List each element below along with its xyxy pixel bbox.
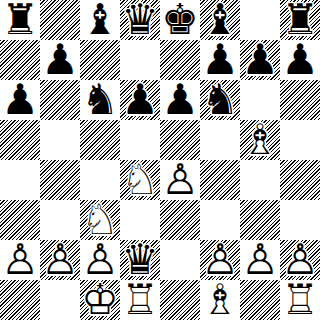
piece-black-pawn: ♟♟	[200, 40, 240, 80]
piece-black-bishop: ♝♝	[200, 0, 240, 40]
square-b4[interactable]	[40, 160, 80, 200]
white-bishop-icon: ♗	[200, 280, 240, 320]
white-pawn-icon: ♙	[80, 240, 120, 280]
square-a4[interactable]	[0, 160, 40, 200]
square-b3[interactable]	[40, 200, 80, 240]
black-knight-icon: ♞	[80, 80, 120, 120]
square-a6[interactable]: ♟♟	[0, 80, 40, 120]
square-d6[interactable]: ♟♟	[120, 80, 160, 120]
black-queen-icon: ♛	[120, 240, 160, 280]
square-e8[interactable]: ♚♚	[160, 0, 200, 40]
piece-white-rook: ♜♖	[280, 280, 320, 320]
square-g5[interactable]: ♝♗	[240, 120, 280, 160]
square-f5[interactable]	[200, 120, 240, 160]
piece-black-pawn: ♟♟	[240, 40, 280, 80]
square-g6[interactable]	[240, 80, 280, 120]
square-d7[interactable]	[120, 40, 160, 80]
piece-white-knight: ♞♘	[120, 160, 160, 200]
chess-board: ♜♜♝♝♛♛♚♚♝♝♜♜♟♟♟♟♟♟♟♟♟♟♞♞♟♟♟♟♞♞♝♗♞♘♟♙♞♘♟♙…	[0, 0, 320, 320]
square-b2[interactable]: ♟♙	[40, 240, 80, 280]
square-h2[interactable]: ♟♙	[280, 240, 320, 280]
piece-black-king: ♚♚	[160, 0, 200, 40]
piece-black-knight: ♞♞	[200, 80, 240, 120]
square-d5[interactable]	[120, 120, 160, 160]
square-a8[interactable]: ♜♜	[0, 0, 40, 40]
square-a5[interactable]	[0, 120, 40, 160]
piece-black-queen: ♛♛	[120, 240, 160, 280]
piece-white-rook: ♜♖	[120, 280, 160, 320]
black-rook-icon: ♜	[280, 0, 320, 40]
black-king-icon: ♚	[160, 0, 200, 40]
piece-black-pawn: ♟♟	[0, 80, 40, 120]
square-c3[interactable]: ♞♘	[80, 200, 120, 240]
square-h8[interactable]: ♜♜	[280, 0, 320, 40]
square-d4[interactable]: ♞♘	[120, 160, 160, 200]
piece-black-pawn: ♟♟	[40, 40, 80, 80]
square-f1[interactable]: ♝♗	[200, 280, 240, 320]
square-d3[interactable]	[120, 200, 160, 240]
square-b1[interactable]	[40, 280, 80, 320]
piece-white-pawn: ♟♙	[160, 160, 200, 200]
square-b8[interactable]	[40, 0, 80, 40]
square-h1[interactable]: ♜♖	[280, 280, 320, 320]
square-g2[interactable]: ♟♙	[240, 240, 280, 280]
piece-white-pawn: ♟♙	[0, 240, 40, 280]
black-bishop-icon: ♝	[200, 0, 240, 40]
piece-black-pawn: ♟♟	[280, 40, 320, 80]
piece-white-knight: ♞♘	[80, 200, 120, 240]
piece-black-bishop: ♝♝	[80, 0, 120, 40]
square-h3[interactable]	[280, 200, 320, 240]
square-c7[interactable]	[80, 40, 120, 80]
square-b5[interactable]	[40, 120, 80, 160]
square-g8[interactable]	[240, 0, 280, 40]
square-c5[interactable]	[80, 120, 120, 160]
piece-white-bishop: ♝♗	[240, 120, 280, 160]
square-a1[interactable]	[0, 280, 40, 320]
square-h7[interactable]: ♟♟	[280, 40, 320, 80]
square-d8[interactable]: ♛♛	[120, 0, 160, 40]
square-e1[interactable]	[160, 280, 200, 320]
white-rook-icon: ♖	[120, 280, 160, 320]
black-rook-icon: ♜	[0, 0, 40, 40]
black-knight-icon: ♞	[200, 80, 240, 120]
square-a3[interactable]	[0, 200, 40, 240]
square-c6[interactable]: ♞♞	[80, 80, 120, 120]
square-b6[interactable]	[40, 80, 80, 120]
piece-white-pawn: ♟♙	[80, 240, 120, 280]
square-b7[interactable]: ♟♟	[40, 40, 80, 80]
white-bishop-icon: ♗	[240, 120, 280, 160]
black-pawn-icon: ♟	[0, 80, 40, 120]
square-d2[interactable]: ♛♛	[120, 240, 160, 280]
square-e4[interactable]: ♟♙	[160, 160, 200, 200]
square-f8[interactable]: ♝♝	[200, 0, 240, 40]
piece-white-bishop: ♝♗	[200, 280, 240, 320]
black-pawn-icon: ♟	[240, 40, 280, 80]
square-h5[interactable]	[280, 120, 320, 160]
piece-black-knight: ♞♞	[80, 80, 120, 120]
white-pawn-icon: ♙	[0, 240, 40, 280]
white-king-icon: ♔	[80, 280, 120, 320]
square-a2[interactable]: ♟♙	[0, 240, 40, 280]
square-h4[interactable]	[280, 160, 320, 200]
square-a7[interactable]	[0, 40, 40, 80]
black-pawn-icon: ♟	[280, 40, 320, 80]
square-g1[interactable]	[240, 280, 280, 320]
square-c8[interactable]: ♝♝	[80, 0, 120, 40]
piece-white-pawn: ♟♙	[280, 240, 320, 280]
square-e3[interactable]	[160, 200, 200, 240]
square-e2[interactable]	[160, 240, 200, 280]
square-d1[interactable]: ♜♖	[120, 280, 160, 320]
piece-black-pawn: ♟♟	[160, 80, 200, 120]
black-bishop-icon: ♝	[80, 0, 120, 40]
white-knight-icon: ♘	[120, 160, 160, 200]
square-f6[interactable]: ♞♞	[200, 80, 240, 120]
square-e6[interactable]: ♟♟	[160, 80, 200, 120]
square-c2[interactable]: ♟♙	[80, 240, 120, 280]
square-f3[interactable]	[200, 200, 240, 240]
white-pawn-icon: ♙	[160, 160, 200, 200]
square-e5[interactable]	[160, 120, 200, 160]
square-f7[interactable]: ♟♟	[200, 40, 240, 80]
piece-black-queen: ♛♛	[120, 0, 160, 40]
piece-white-pawn: ♟♙	[200, 240, 240, 280]
white-pawn-icon: ♙	[200, 240, 240, 280]
square-f4[interactable]	[200, 160, 240, 200]
black-pawn-icon: ♟	[160, 80, 200, 120]
square-h6[interactable]	[280, 80, 320, 120]
white-pawn-icon: ♙	[280, 240, 320, 280]
black-pawn-icon: ♟	[200, 40, 240, 80]
square-c4[interactable]	[80, 160, 120, 200]
square-e7[interactable]	[160, 40, 200, 80]
piece-white-pawn: ♟♙	[240, 240, 280, 280]
white-rook-icon: ♖	[280, 280, 320, 320]
white-pawn-icon: ♙	[240, 240, 280, 280]
square-f2[interactable]: ♟♙	[200, 240, 240, 280]
black-queen-icon: ♛	[120, 0, 160, 40]
square-g3[interactable]	[240, 200, 280, 240]
piece-black-rook: ♜♜	[280, 0, 320, 40]
piece-white-king: ♚♔	[80, 280, 120, 320]
piece-black-rook: ♜♜	[0, 0, 40, 40]
square-g7[interactable]: ♟♟	[240, 40, 280, 80]
black-pawn-icon: ♟	[120, 80, 160, 120]
square-c1[interactable]: ♚♔	[80, 280, 120, 320]
square-g4[interactable]	[240, 160, 280, 200]
black-pawn-icon: ♟	[40, 40, 80, 80]
piece-white-pawn: ♟♙	[40, 240, 80, 280]
white-knight-icon: ♘	[80, 200, 120, 240]
piece-black-pawn: ♟♟	[120, 80, 160, 120]
white-pawn-icon: ♙	[40, 240, 80, 280]
